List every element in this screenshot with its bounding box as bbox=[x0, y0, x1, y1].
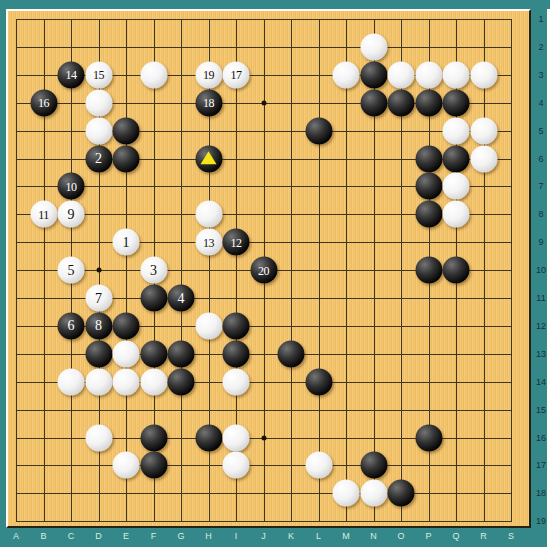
stone-white-C10[interactable]: 5 bbox=[58, 257, 85, 284]
stone-black-G13[interactable] bbox=[168, 340, 195, 367]
stone-black-L14[interactable] bbox=[305, 368, 332, 395]
star-point bbox=[96, 268, 101, 273]
stone-black-J10[interactable]: 20 bbox=[250, 257, 277, 284]
stone-black-D13[interactable] bbox=[85, 340, 112, 367]
row-label-9: 9 bbox=[538, 237, 543, 247]
stone-white-H9[interactable]: 13 bbox=[195, 229, 222, 256]
grid-line-vertical bbox=[484, 19, 485, 522]
col-label-F: F bbox=[151, 531, 157, 541]
move-number: 12 bbox=[231, 236, 242, 248]
grid-line-horizontal bbox=[16, 465, 512, 466]
col-label-R: R bbox=[480, 531, 487, 541]
col-label-M: M bbox=[342, 531, 350, 541]
col-label-N: N bbox=[370, 531, 377, 541]
stone-white-Q5[interactable] bbox=[443, 117, 470, 144]
col-label-Q: Q bbox=[452, 531, 459, 541]
stone-black-C7[interactable]: 10 bbox=[58, 173, 85, 200]
col-label-C: C bbox=[68, 531, 75, 541]
stone-white-H12[interactable] bbox=[195, 312, 222, 339]
row-label-13: 13 bbox=[536, 349, 546, 359]
col-label-O: O bbox=[397, 531, 404, 541]
grid-line-horizontal bbox=[16, 493, 512, 494]
stone-white-I3[interactable]: 17 bbox=[223, 61, 250, 88]
move-number: 8 bbox=[95, 319, 102, 333]
move-number: 16 bbox=[38, 97, 49, 109]
stone-white-E9[interactable]: 1 bbox=[113, 229, 140, 256]
stone-white-I14[interactable] bbox=[223, 368, 250, 395]
stone-black-D12[interactable]: 8 bbox=[85, 312, 112, 339]
stone-black-I9[interactable]: 12 bbox=[223, 229, 250, 256]
stone-white-R3[interactable] bbox=[470, 61, 497, 88]
stone-black-I13[interactable] bbox=[223, 340, 250, 367]
star-point bbox=[261, 435, 266, 440]
move-number: 6 bbox=[68, 319, 75, 333]
stone-black-Q10[interactable] bbox=[443, 257, 470, 284]
stone-black-I12[interactable] bbox=[223, 312, 250, 339]
col-label-E: E bbox=[123, 531, 129, 541]
stone-white-R6[interactable] bbox=[470, 145, 497, 172]
stone-black-D6[interactable]: 2 bbox=[85, 145, 112, 172]
row-label-19: 19 bbox=[536, 516, 546, 526]
move-number: 15 bbox=[93, 69, 104, 81]
move-number: 19 bbox=[203, 69, 214, 81]
stone-black-P6[interactable] bbox=[415, 145, 442, 172]
stone-white-L17[interactable] bbox=[305, 452, 332, 479]
move-number: 20 bbox=[258, 264, 269, 276]
move-number: 18 bbox=[203, 97, 214, 109]
col-label-J: J bbox=[261, 531, 266, 541]
stone-black-E5[interactable] bbox=[113, 117, 140, 144]
row-label-14: 14 bbox=[536, 377, 546, 387]
move-number: 4 bbox=[178, 291, 185, 305]
stone-black-H6[interactable] bbox=[195, 145, 222, 172]
stone-black-E6[interactable] bbox=[113, 145, 140, 172]
row-label-15: 15 bbox=[536, 405, 546, 415]
move-number: 14 bbox=[66, 69, 77, 81]
row-label-16: 16 bbox=[536, 433, 546, 443]
stone-white-D16[interactable] bbox=[85, 424, 112, 451]
stone-white-Q8[interactable] bbox=[443, 201, 470, 228]
col-label-L: L bbox=[316, 531, 321, 541]
stone-black-F16[interactable] bbox=[140, 424, 167, 451]
grid-line-horizontal bbox=[16, 521, 512, 522]
row-label-1: 1 bbox=[538, 14, 543, 24]
move-number: 2 bbox=[95, 152, 102, 166]
col-label-H: H bbox=[205, 531, 212, 541]
stone-white-D5[interactable] bbox=[85, 117, 112, 144]
stone-white-H3[interactable]: 19 bbox=[195, 61, 222, 88]
stone-white-C8[interactable]: 9 bbox=[58, 201, 85, 228]
move-number: 13 bbox=[203, 236, 214, 248]
stone-black-Q4[interactable] bbox=[443, 89, 470, 116]
stone-black-P4[interactable] bbox=[415, 89, 442, 116]
stone-white-M18[interactable] bbox=[333, 480, 360, 507]
stone-black-C3[interactable]: 14 bbox=[58, 61, 85, 88]
stone-white-Q3[interactable] bbox=[443, 61, 470, 88]
move-number: 9 bbox=[68, 207, 75, 221]
stone-white-F3[interactable] bbox=[140, 61, 167, 88]
stone-black-F17[interactable] bbox=[140, 452, 167, 479]
stone-black-G11[interactable]: 4 bbox=[168, 285, 195, 312]
row-label-8: 8 bbox=[538, 209, 543, 219]
move-number: 5 bbox=[68, 263, 75, 277]
move-number: 17 bbox=[231, 69, 242, 81]
move-number: 10 bbox=[66, 180, 77, 192]
stone-white-D3[interactable]: 15 bbox=[85, 61, 112, 88]
col-label-D: D bbox=[95, 531, 102, 541]
stone-black-O4[interactable] bbox=[388, 89, 415, 116]
triangle-marker bbox=[201, 151, 217, 164]
stone-black-N4[interactable] bbox=[360, 89, 387, 116]
board-layer: 1415191716182101191131253207468 ABCDEFGH… bbox=[0, 0, 550, 547]
grid-line-horizontal bbox=[16, 410, 512, 411]
stone-white-E17[interactable] bbox=[113, 452, 140, 479]
stone-black-Q6[interactable] bbox=[443, 145, 470, 172]
move-number: 7 bbox=[95, 291, 102, 305]
move-number: 1 bbox=[123, 235, 130, 249]
stone-black-P16[interactable] bbox=[415, 424, 442, 451]
stone-black-L5[interactable] bbox=[305, 117, 332, 144]
col-label-A: A bbox=[13, 531, 19, 541]
stone-black-K13[interactable] bbox=[278, 340, 305, 367]
grid-line-vertical bbox=[511, 19, 512, 522]
stone-black-P10[interactable] bbox=[415, 257, 442, 284]
col-label-P: P bbox=[425, 531, 431, 541]
stone-white-E13[interactable] bbox=[113, 340, 140, 367]
row-label-7: 7 bbox=[538, 181, 543, 191]
move-number: 3 bbox=[150, 263, 157, 277]
col-label-S: S bbox=[508, 531, 514, 541]
grid-line-vertical bbox=[291, 19, 292, 522]
stone-white-N2[interactable] bbox=[360, 33, 387, 60]
stone-black-F11[interactable] bbox=[140, 285, 167, 312]
stone-white-D4[interactable] bbox=[85, 89, 112, 116]
row-label-2: 2 bbox=[538, 42, 543, 52]
stone-black-N17[interactable] bbox=[360, 452, 387, 479]
stone-white-C14[interactable] bbox=[58, 368, 85, 395]
grid-line-vertical bbox=[346, 19, 347, 522]
row-label-6: 6 bbox=[538, 154, 543, 164]
stone-white-H8[interactable] bbox=[195, 201, 222, 228]
stone-black-O18[interactable] bbox=[388, 480, 415, 507]
stone-white-P3[interactable] bbox=[415, 61, 442, 88]
stone-white-R5[interactable] bbox=[470, 117, 497, 144]
star-point bbox=[261, 100, 266, 105]
stone-white-F14[interactable] bbox=[140, 368, 167, 395]
stone-black-B4[interactable]: 16 bbox=[30, 89, 57, 116]
stone-black-F13[interactable] bbox=[140, 340, 167, 367]
row-label-17: 17 bbox=[536, 460, 546, 470]
move-number: 11 bbox=[38, 208, 49, 220]
grid-line-vertical bbox=[319, 19, 320, 522]
stone-black-H16[interactable] bbox=[195, 424, 222, 451]
stone-white-B8[interactable]: 11 bbox=[30, 201, 57, 228]
go-diagram-screen: 1415191716182101191131253207468 ABCDEFGH… bbox=[0, 0, 550, 547]
stone-white-N18[interactable] bbox=[360, 480, 387, 507]
stone-black-E12[interactable] bbox=[113, 312, 140, 339]
row-label-10: 10 bbox=[536, 265, 546, 275]
stone-white-F10[interactable]: 3 bbox=[140, 257, 167, 284]
stone-white-O3[interactable] bbox=[388, 61, 415, 88]
col-label-I: I bbox=[235, 531, 238, 541]
row-label-5: 5 bbox=[538, 126, 543, 136]
stone-black-C12[interactable]: 6 bbox=[58, 312, 85, 339]
col-label-G: G bbox=[177, 531, 184, 541]
row-label-18: 18 bbox=[536, 488, 546, 498]
stone-white-Q7[interactable] bbox=[443, 173, 470, 200]
stone-black-P7[interactable] bbox=[415, 173, 442, 200]
stone-black-G14[interactable] bbox=[168, 368, 195, 395]
stone-black-P8[interactable] bbox=[415, 201, 442, 228]
stone-white-D11[interactable]: 7 bbox=[85, 285, 112, 312]
row-label-4: 4 bbox=[538, 98, 543, 108]
stone-white-I16[interactable] bbox=[223, 424, 250, 451]
row-label-3: 3 bbox=[538, 70, 543, 80]
stone-white-D14[interactable] bbox=[85, 368, 112, 395]
col-label-B: B bbox=[40, 531, 46, 541]
col-label-K: K bbox=[288, 531, 294, 541]
stone-white-M3[interactable] bbox=[333, 61, 360, 88]
row-label-11: 11 bbox=[536, 293, 545, 303]
stone-white-I17[interactable] bbox=[223, 452, 250, 479]
stone-black-N3[interactable] bbox=[360, 61, 387, 88]
row-label-12: 12 bbox=[536, 321, 546, 331]
stone-white-E14[interactable] bbox=[113, 368, 140, 395]
stone-black-H4[interactable]: 18 bbox=[195, 89, 222, 116]
